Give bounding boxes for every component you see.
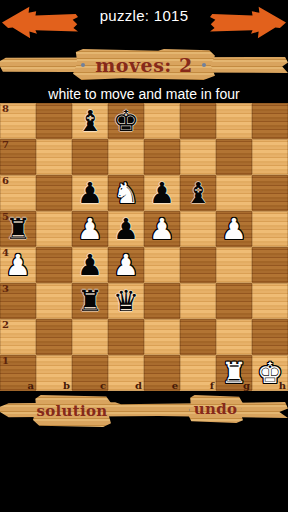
black-pawn[interactable]: ♟ (77, 175, 103, 211)
square-d4[interactable]: ♟ (108, 247, 144, 283)
black-queen[interactable]: ♛ (113, 283, 139, 319)
puzzle-instruction: white to move and mate in four (0, 86, 288, 102)
square-h3[interactable] (252, 283, 288, 319)
white-pawn[interactable]: ♟ (149, 211, 175, 247)
square-b3[interactable] (36, 283, 72, 319)
square-c6[interactable]: ♟ (72, 175, 108, 211)
square-c4[interactable]: ♟ (72, 247, 108, 283)
black-pawn[interactable]: ♟ (149, 175, 175, 211)
black-rook[interactable]: ♜ (5, 211, 31, 247)
square-h7[interactable] (252, 139, 288, 175)
top-bar: puzzle: 1015 (0, 0, 288, 46)
next-puzzle-button[interactable] (210, 5, 286, 40)
square-c3[interactable]: ♜ (72, 283, 108, 319)
white-knight[interactable]: ♞ (113, 175, 139, 211)
square-d7[interactable] (108, 139, 144, 175)
undo-button[interactable]: undo (188, 395, 243, 423)
square-a2[interactable]: 2 (0, 319, 36, 355)
square-h4[interactable] (252, 247, 288, 283)
solution-button[interactable]: solution (33, 395, 111, 427)
square-d1[interactable]: d (108, 355, 144, 391)
square-e8[interactable] (144, 103, 180, 139)
square-c5[interactable]: ♟ (72, 211, 108, 247)
square-h2[interactable] (252, 319, 288, 355)
file-label-d: d (135, 380, 142, 391)
rank-label-1: 1 (2, 355, 9, 366)
square-g1[interactable]: g♜ (216, 355, 252, 391)
square-f8[interactable] (180, 103, 216, 139)
undo-button-label: undo (194, 400, 238, 418)
square-e7[interactable] (144, 139, 180, 175)
square-e5[interactable]: ♟ (144, 211, 180, 247)
square-e6[interactable]: ♟ (144, 175, 180, 211)
square-f6[interactable]: ♝ (180, 175, 216, 211)
square-c7[interactable] (72, 139, 108, 175)
file-label-b: b (63, 380, 70, 391)
arrow-right-icon (210, 5, 286, 40)
nail-icon (81, 63, 85, 67)
square-d2[interactable] (108, 319, 144, 355)
square-g3[interactable] (216, 283, 252, 319)
square-f5[interactable] (180, 211, 216, 247)
square-f1[interactable]: f (180, 355, 216, 391)
square-c2[interactable] (72, 319, 108, 355)
square-d3[interactable]: ♛ (108, 283, 144, 319)
square-e4[interactable] (144, 247, 180, 283)
square-b4[interactable] (36, 247, 72, 283)
solution-button-label: solution (37, 402, 108, 420)
black-rook[interactable]: ♜ (77, 283, 103, 319)
white-pawn[interactable]: ♟ (5, 247, 31, 283)
square-g6[interactable] (216, 175, 252, 211)
square-h6[interactable] (252, 175, 288, 211)
white-pawn[interactable]: ♟ (221, 211, 247, 247)
square-g5[interactable]: ♟ (216, 211, 252, 247)
square-f3[interactable] (180, 283, 216, 319)
rank-label-7: 7 (2, 139, 9, 150)
moves-counter: moves: 2 (95, 54, 192, 76)
square-d6[interactable]: ♞ (108, 175, 144, 211)
square-a7[interactable]: 7 (0, 139, 36, 175)
square-f2[interactable] (180, 319, 216, 355)
square-b5[interactable] (36, 211, 72, 247)
black-king[interactable]: ♚ (113, 103, 139, 139)
file-label-f: f (210, 380, 214, 391)
file-label-c: c (100, 380, 106, 391)
square-g2[interactable] (216, 319, 252, 355)
square-g4[interactable] (216, 247, 252, 283)
square-b7[interactable] (36, 139, 72, 175)
square-d8[interactable]: ♚ (108, 103, 144, 139)
chess-puzzle-app: puzzle: 1015 moves: 2 white to move and … (0, 0, 288, 512)
square-b1[interactable]: b (36, 355, 72, 391)
square-e3[interactable] (144, 283, 180, 319)
black-bishop[interactable]: ♝ (185, 175, 211, 211)
square-b6[interactable] (36, 175, 72, 211)
square-a4[interactable]: 4♟ (0, 247, 36, 283)
white-king[interactable]: ♚ (257, 355, 283, 391)
square-h5[interactable] (252, 211, 288, 247)
square-f7[interactable] (180, 139, 216, 175)
square-h8[interactable] (252, 103, 288, 139)
square-g8[interactable] (216, 103, 252, 139)
black-bishop[interactable]: ♝ (77, 103, 103, 139)
square-c1[interactable]: c (72, 355, 108, 391)
square-a3[interactable]: 3 (0, 283, 36, 319)
rank-label-3: 3 (2, 283, 9, 294)
white-pawn[interactable]: ♟ (77, 211, 103, 247)
rank-label-8: 8 (2, 103, 9, 114)
square-a1[interactable]: 1a (0, 355, 36, 391)
rank-label-6: 6 (2, 175, 9, 186)
board: 8♝♚76♟♞♟♝5♜♟♟♟♟4♟♟♟3♜♛21abcdefg♜h♚ (0, 103, 288, 391)
file-label-e: e (172, 380, 178, 391)
square-h1[interactable]: h♚ (252, 355, 288, 391)
black-pawn[interactable]: ♟ (113, 211, 139, 247)
square-g7[interactable] (216, 139, 252, 175)
square-a8[interactable]: 8 (0, 103, 36, 139)
square-a6[interactable]: 6 (0, 175, 36, 211)
rank-label-2: 2 (2, 319, 9, 330)
nail-icon (202, 63, 206, 67)
moves-banner-plank: moves: 2 (73, 49, 215, 80)
white-rook[interactable]: ♜ (221, 355, 247, 391)
square-b2[interactable] (36, 319, 72, 355)
square-f4[interactable] (180, 247, 216, 283)
square-e2[interactable] (144, 319, 180, 355)
square-e1[interactable]: e (144, 355, 180, 391)
file-label-a: a (28, 380, 34, 391)
square-c8[interactable]: ♝ (72, 103, 108, 139)
square-d5[interactable]: ♟ (108, 211, 144, 247)
white-pawn[interactable]: ♟ (113, 247, 139, 283)
square-b8[interactable] (36, 103, 72, 139)
square-a5[interactable]: 5♜ (0, 211, 36, 247)
black-pawn[interactable]: ♟ (77, 247, 103, 283)
